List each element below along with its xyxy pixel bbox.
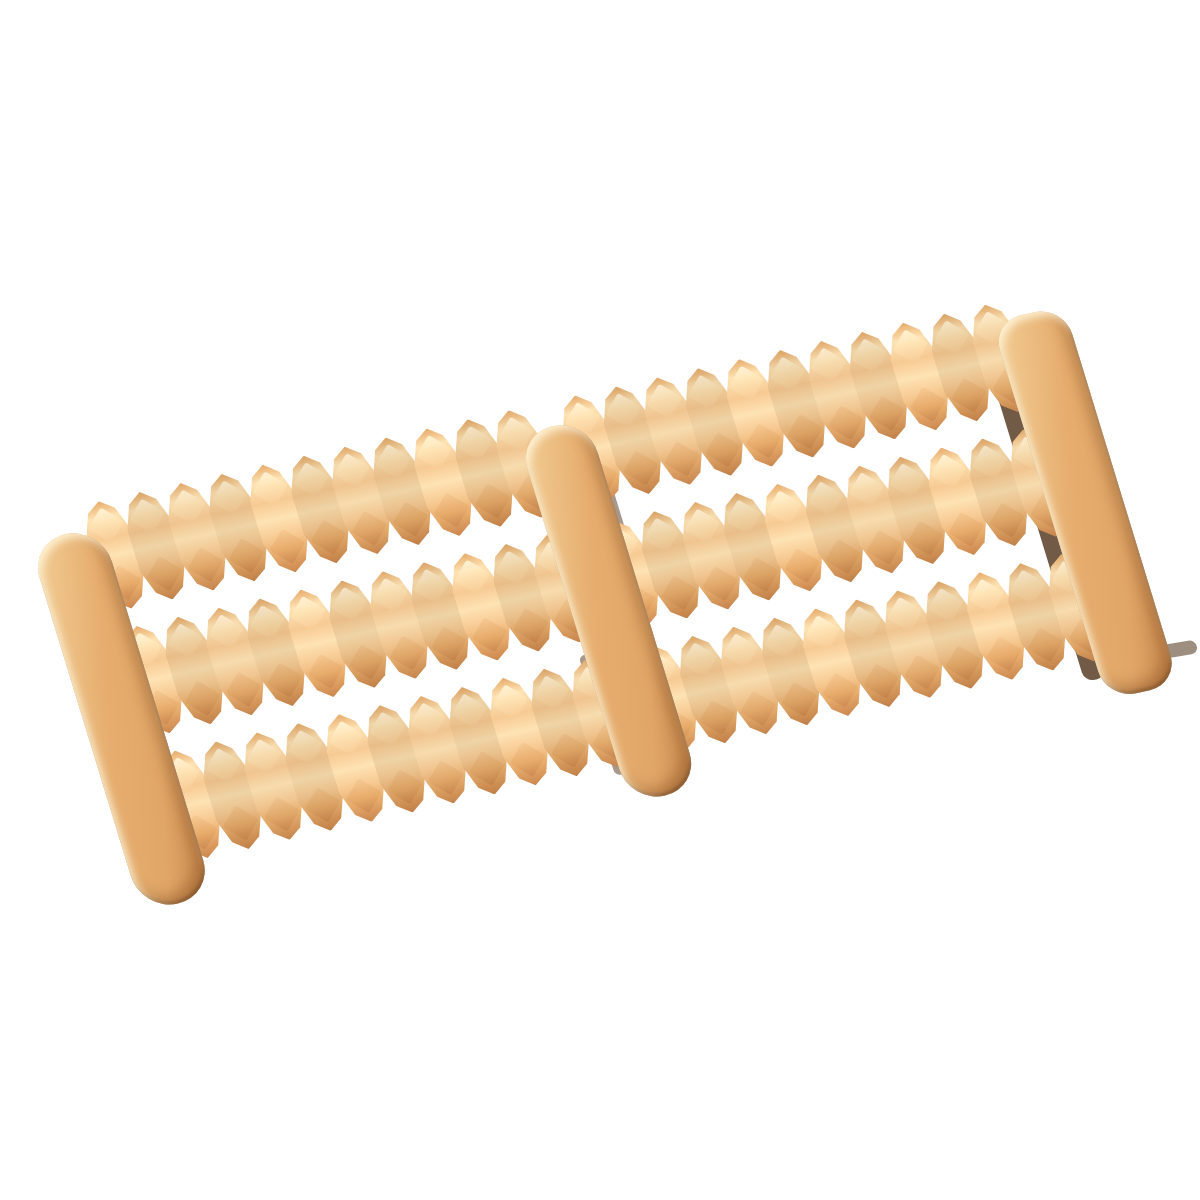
product-photo: Wooden dual foot massage roller with six…	[0, 0, 1200, 1200]
foot-roller-device	[21, 288, 1178, 911]
